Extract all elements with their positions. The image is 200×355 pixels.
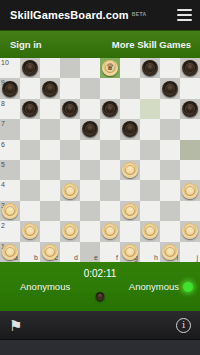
square-b7[interactable]	[20, 119, 40, 139]
rank-label-5: 5	[1, 161, 5, 168]
square-j5[interactable]	[180, 160, 200, 180]
rank-label-2: 2	[1, 222, 5, 229]
square-g4[interactable]	[120, 180, 140, 200]
square-f7[interactable]	[100, 119, 120, 139]
file-label-b: b	[34, 254, 38, 262]
white-king-f10[interactable]: ♛	[102, 60, 118, 76]
square-a2[interactable]: 2	[0, 221, 20, 241]
square-i6[interactable]	[160, 140, 180, 160]
square-i5[interactable]	[160, 160, 180, 180]
square-d4[interactable]	[60, 180, 80, 200]
file-label-h: h	[154, 254, 158, 262]
player-left-name: Anonymous	[20, 281, 70, 292]
square-f3[interactable]	[100, 201, 120, 221]
square-d10[interactable]	[60, 58, 80, 78]
white-man-b2[interactable]	[22, 223, 38, 239]
black-man-h10[interactable]	[142, 60, 158, 76]
rank-label-4: 4	[1, 181, 5, 188]
square-h3[interactable]	[140, 201, 160, 221]
beta-badge: BETA	[132, 11, 147, 17]
square-j4[interactable]	[180, 180, 200, 200]
player-right-name: Anonymous	[129, 281, 179, 292]
square-g9[interactable]	[120, 78, 140, 98]
square-e5[interactable]	[80, 160, 100, 180]
resign-flag-icon[interactable]: ⚑	[9, 318, 22, 333]
white-man-g1[interactable]	[122, 244, 138, 260]
square-g10[interactable]	[120, 58, 140, 78]
square-b1[interactable]: b	[20, 242, 40, 262]
square-a8[interactable]: 8	[0, 99, 20, 119]
square-j2[interactable]	[180, 221, 200, 241]
square-e4[interactable]	[80, 180, 100, 200]
black-man-g7[interactable]	[122, 121, 138, 137]
square-j9[interactable]	[180, 78, 200, 98]
game-timer: 0:02:11	[0, 262, 200, 279]
square-i1[interactable]: i	[160, 242, 180, 262]
square-g6[interactable]	[120, 140, 140, 160]
checkers-board: 10♛987654321abcdefghij	[0, 58, 200, 262]
square-a1[interactable]: 1a	[0, 242, 20, 262]
square-e10[interactable]	[80, 58, 100, 78]
square-i8[interactable]	[160, 99, 180, 119]
square-g7[interactable]	[120, 119, 140, 139]
square-h8[interactable]	[140, 99, 160, 119]
square-f9[interactable]	[100, 78, 120, 98]
square-c2[interactable]	[40, 221, 60, 241]
square-c5[interactable]	[40, 160, 60, 180]
square-f4[interactable]	[100, 180, 120, 200]
square-e2[interactable]	[80, 221, 100, 241]
square-b8[interactable]	[20, 99, 40, 119]
square-a3[interactable]: 3	[0, 201, 20, 221]
square-c7[interactable]	[40, 119, 60, 139]
square-i4[interactable]	[160, 180, 180, 200]
rank-label-8: 8	[1, 100, 5, 107]
black-man-c9[interactable]	[42, 81, 58, 97]
square-f5[interactable]	[100, 160, 120, 180]
white-man-h2[interactable]	[142, 223, 158, 239]
square-g5[interactable]	[120, 160, 140, 180]
square-a9[interactable]: 9	[0, 78, 20, 98]
white-man-d2[interactable]	[62, 223, 78, 239]
square-d8[interactable]	[60, 99, 80, 119]
online-status-dot	[183, 282, 193, 292]
square-g3[interactable]	[120, 201, 140, 221]
square-h1[interactable]: h	[140, 242, 160, 262]
status-area: 0:02:11 Anonymous Anonymous	[0, 262, 200, 311]
file-label-j: j	[196, 254, 198, 262]
white-man-i1[interactable]	[162, 244, 178, 260]
square-b5[interactable]	[20, 160, 40, 180]
black-man-e7[interactable]	[82, 121, 98, 137]
square-g8[interactable]	[120, 99, 140, 119]
square-d2[interactable]	[60, 221, 80, 241]
white-man-g3[interactable]	[122, 203, 138, 219]
rank-label-7: 7	[1, 120, 5, 127]
square-f6[interactable]	[100, 140, 120, 160]
square-b9[interactable]	[20, 78, 40, 98]
square-b2[interactable]	[20, 221, 40, 241]
sign-in-link[interactable]: Sign in	[10, 39, 42, 50]
square-j7[interactable]	[180, 119, 200, 139]
square-j3[interactable]	[180, 201, 200, 221]
king-crown-icon: ♛	[102, 60, 118, 76]
square-f10[interactable]: ♛	[100, 58, 120, 78]
square-f8[interactable]	[100, 99, 120, 119]
rank-label-6: 6	[1, 141, 5, 148]
square-f1[interactable]: f	[100, 242, 120, 262]
square-b4[interactable]	[20, 180, 40, 200]
square-c1[interactable]: c	[40, 242, 60, 262]
square-c9[interactable]	[40, 78, 60, 98]
square-j1[interactable]: j	[180, 242, 200, 262]
square-h10[interactable]	[140, 58, 160, 78]
square-h7[interactable]	[140, 119, 160, 139]
square-i3[interactable]	[160, 201, 180, 221]
square-e1[interactable]: e	[80, 242, 100, 262]
rank-label-10: 10	[1, 59, 9, 66]
bottom-strip	[0, 339, 200, 355]
square-a7[interactable]: 7	[0, 119, 20, 139]
square-d5[interactable]	[60, 160, 80, 180]
file-label-e: e	[94, 254, 98, 262]
white-man-g5[interactable]	[122, 162, 138, 178]
black-man-a9[interactable]	[2, 81, 18, 97]
square-a6[interactable]: 6	[0, 140, 20, 160]
top-header: SkillGamesBoard.com BETA	[0, 0, 200, 30]
square-g1[interactable]: g	[120, 242, 140, 262]
square-j8[interactable]	[180, 99, 200, 119]
square-b10[interactable]	[20, 58, 40, 78]
turn-indicator-black-checker-icon	[96, 292, 105, 301]
square-e3[interactable]	[80, 201, 100, 221]
square-i10[interactable]	[160, 58, 180, 78]
white-man-a3[interactable]	[2, 203, 18, 219]
square-f2[interactable]	[100, 221, 120, 241]
file-label-d: d	[74, 254, 78, 262]
site-title: SkillGamesBoard.com	[10, 9, 129, 21]
file-label-f: f	[116, 254, 118, 262]
black-man-i9[interactable]	[162, 81, 178, 97]
square-i9[interactable]	[160, 78, 180, 98]
white-man-c1[interactable]	[42, 244, 58, 260]
square-d3[interactable]	[60, 201, 80, 221]
more-skill-games-link[interactable]: More Skill Games	[112, 39, 191, 50]
square-i7[interactable]	[160, 119, 180, 139]
app-root: SkillGamesBoard.com BETA Sign in More Sk…	[0, 0, 200, 355]
white-man-j4[interactable]	[182, 183, 198, 199]
square-h4[interactable]	[140, 180, 160, 200]
square-d7[interactable]	[60, 119, 80, 139]
square-a5[interactable]: 5	[0, 160, 20, 180]
nav-bar: Sign in More Skill Games	[0, 30, 200, 58]
square-e7[interactable]	[80, 119, 100, 139]
square-e6[interactable]	[80, 140, 100, 160]
square-h6[interactable]	[140, 140, 160, 160]
player-names-row: Anonymous Anonymous	[0, 279, 200, 292]
bottom-toolbar: ⚑ i	[0, 311, 200, 339]
square-a4[interactable]: 4	[0, 180, 20, 200]
white-man-a1[interactable]	[2, 244, 18, 260]
square-g2[interactable]	[120, 221, 140, 241]
square-c6[interactable]	[40, 140, 60, 160]
black-man-j8[interactable]	[182, 101, 198, 117]
square-d1[interactable]: d	[60, 242, 80, 262]
square-e9[interactable]	[80, 78, 100, 98]
black-man-f8[interactable]	[102, 101, 118, 117]
square-d9[interactable]	[60, 78, 80, 98]
white-man-j2[interactable]	[182, 223, 198, 239]
square-e8[interactable]	[80, 99, 100, 119]
square-h2[interactable]	[140, 221, 160, 241]
square-c10[interactable]	[40, 58, 60, 78]
square-d6[interactable]	[60, 140, 80, 160]
square-c3[interactable]	[40, 201, 60, 221]
square-h5[interactable]	[140, 160, 160, 180]
square-j10[interactable]	[180, 58, 200, 78]
black-man-d8[interactable]	[62, 101, 78, 117]
square-h9[interactable]	[140, 78, 160, 98]
site-branding: SkillGamesBoard.com BETA	[10, 9, 147, 21]
square-i2[interactable]	[160, 221, 180, 241]
square-b3[interactable]	[20, 201, 40, 221]
square-c4[interactable]	[40, 180, 60, 200]
info-circle-icon[interactable]: i	[176, 318, 191, 333]
square-b6[interactable]	[20, 140, 40, 160]
player-right-group: Anonymous	[129, 281, 193, 292]
square-j6[interactable]	[180, 140, 200, 160]
square-a10[interactable]: 10	[0, 58, 20, 78]
hamburger-menu-icon[interactable]	[177, 9, 192, 21]
white-man-f2[interactable]	[102, 223, 118, 239]
black-man-b8[interactable]	[22, 101, 38, 117]
black-man-b10[interactable]	[22, 60, 38, 76]
white-man-d4[interactable]	[62, 183, 78, 199]
black-man-j10[interactable]	[182, 60, 198, 76]
square-c8[interactable]	[40, 99, 60, 119]
